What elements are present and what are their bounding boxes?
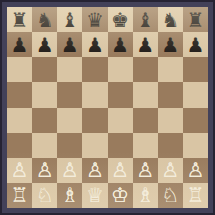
piece-black-pawn[interactable]: ♟	[161, 35, 179, 55]
square-b3[interactable]	[32, 133, 57, 158]
square-d1[interactable]: ♕	[82, 183, 107, 208]
square-g3[interactable]	[158, 133, 183, 158]
square-d5[interactable]	[82, 82, 107, 107]
square-c6[interactable]	[57, 57, 82, 82]
piece-white-pawn[interactable]: ♙	[86, 160, 104, 180]
square-b1[interactable]: ♘	[32, 183, 57, 208]
square-b2[interactable]: ♙	[32, 158, 57, 183]
square-e6[interactable]	[108, 57, 133, 82]
square-h8[interactable]: ♜	[183, 7, 208, 32]
square-d3[interactable]	[82, 133, 107, 158]
square-c4[interactable]	[57, 108, 82, 133]
square-f1[interactable]: ♗	[133, 183, 158, 208]
piece-black-pawn[interactable]: ♟	[186, 35, 204, 55]
square-d7[interactable]: ♟	[82, 32, 107, 57]
square-e8[interactable]: ♚	[108, 7, 133, 32]
piece-white-pawn[interactable]: ♙	[186, 160, 204, 180]
piece-black-pawn[interactable]: ♟	[36, 35, 54, 55]
square-a3[interactable]	[7, 133, 32, 158]
piece-white-bishop[interactable]: ♗	[136, 185, 154, 205]
board-frame: ♜♞♝♛♚♝♞♜♟♟♟♟♟♟♟♟♙♙♙♙♙♙♙♙♖♘♗♕♔♗♘♖	[0, 0, 215, 215]
square-d6[interactable]	[82, 57, 107, 82]
square-d2[interactable]: ♙	[82, 158, 107, 183]
square-f8[interactable]: ♝	[133, 7, 158, 32]
chess-board: ♜♞♝♛♚♝♞♜♟♟♟♟♟♟♟♟♙♙♙♙♙♙♙♙♖♘♗♕♔♗♘♖	[7, 7, 208, 208]
square-a7[interactable]: ♟	[7, 32, 32, 57]
piece-white-pawn[interactable]: ♙	[11, 160, 29, 180]
piece-black-pawn[interactable]: ♟	[111, 35, 129, 55]
piece-black-bishop[interactable]: ♝	[136, 10, 154, 30]
square-c3[interactable]	[57, 133, 82, 158]
square-g8[interactable]: ♞	[158, 7, 183, 32]
square-f7[interactable]: ♟	[133, 32, 158, 57]
piece-white-pawn[interactable]: ♙	[161, 160, 179, 180]
square-a2[interactable]: ♙	[7, 158, 32, 183]
square-e1[interactable]: ♔	[108, 183, 133, 208]
square-a4[interactable]	[7, 108, 32, 133]
square-b7[interactable]: ♟	[32, 32, 57, 57]
square-e5[interactable]	[108, 82, 133, 107]
square-b5[interactable]	[32, 82, 57, 107]
square-e4[interactable]	[108, 108, 133, 133]
square-h2[interactable]: ♙	[183, 158, 208, 183]
square-h1[interactable]: ♖	[183, 183, 208, 208]
piece-white-king[interactable]: ♔	[111, 185, 129, 205]
square-f5[interactable]	[133, 82, 158, 107]
square-d8[interactable]: ♛	[82, 7, 107, 32]
piece-black-queen[interactable]: ♛	[86, 10, 104, 30]
square-e3[interactable]	[108, 133, 133, 158]
piece-white-knight[interactable]: ♘	[161, 185, 179, 205]
square-h3[interactable]	[183, 133, 208, 158]
piece-black-rook[interactable]: ♜	[11, 10, 29, 30]
piece-black-pawn[interactable]: ♟	[61, 35, 79, 55]
piece-black-rook[interactable]: ♜	[186, 10, 204, 30]
piece-black-pawn[interactable]: ♟	[86, 35, 104, 55]
piece-black-knight[interactable]: ♞	[36, 10, 54, 30]
square-d4[interactable]	[82, 108, 107, 133]
square-g1[interactable]: ♘	[158, 183, 183, 208]
square-b4[interactable]	[32, 108, 57, 133]
piece-black-knight[interactable]: ♞	[161, 10, 179, 30]
square-a1[interactable]: ♖	[7, 183, 32, 208]
square-f2[interactable]: ♙	[133, 158, 158, 183]
square-c5[interactable]	[57, 82, 82, 107]
square-b6[interactable]	[32, 57, 57, 82]
square-c7[interactable]: ♟	[57, 32, 82, 57]
square-h6[interactable]	[183, 57, 208, 82]
piece-white-pawn[interactable]: ♙	[36, 160, 54, 180]
square-e2[interactable]: ♙	[108, 158, 133, 183]
square-a5[interactable]	[7, 82, 32, 107]
piece-black-pawn[interactable]: ♟	[136, 35, 154, 55]
piece-white-pawn[interactable]: ♙	[111, 160, 129, 180]
square-g4[interactable]	[158, 108, 183, 133]
square-c8[interactable]: ♝	[57, 7, 82, 32]
piece-white-pawn[interactable]: ♙	[61, 160, 79, 180]
square-c2[interactable]: ♙	[57, 158, 82, 183]
square-g6[interactable]	[158, 57, 183, 82]
piece-black-bishop[interactable]: ♝	[61, 10, 79, 30]
piece-black-pawn[interactable]: ♟	[11, 35, 29, 55]
square-b8[interactable]: ♞	[32, 7, 57, 32]
square-h5[interactable]	[183, 82, 208, 107]
square-c1[interactable]: ♗	[57, 183, 82, 208]
square-g7[interactable]: ♟	[158, 32, 183, 57]
square-a6[interactable]	[7, 57, 32, 82]
square-h4[interactable]	[183, 108, 208, 133]
piece-white-pawn[interactable]: ♙	[136, 160, 154, 180]
square-f4[interactable]	[133, 108, 158, 133]
piece-white-queen[interactable]: ♕	[86, 185, 104, 205]
piece-white-knight[interactable]: ♘	[36, 185, 54, 205]
square-a8[interactable]: ♜	[7, 7, 32, 32]
piece-black-king[interactable]: ♚	[111, 10, 129, 30]
piece-white-rook[interactable]: ♖	[186, 185, 204, 205]
piece-white-bishop[interactable]: ♗	[61, 185, 79, 205]
square-h7[interactable]: ♟	[183, 32, 208, 57]
square-g5[interactable]	[158, 82, 183, 107]
square-e7[interactable]: ♟	[108, 32, 133, 57]
square-f3[interactable]	[133, 133, 158, 158]
piece-white-rook[interactable]: ♖	[11, 185, 29, 205]
square-g2[interactable]: ♙	[158, 158, 183, 183]
square-f6[interactable]	[133, 57, 158, 82]
